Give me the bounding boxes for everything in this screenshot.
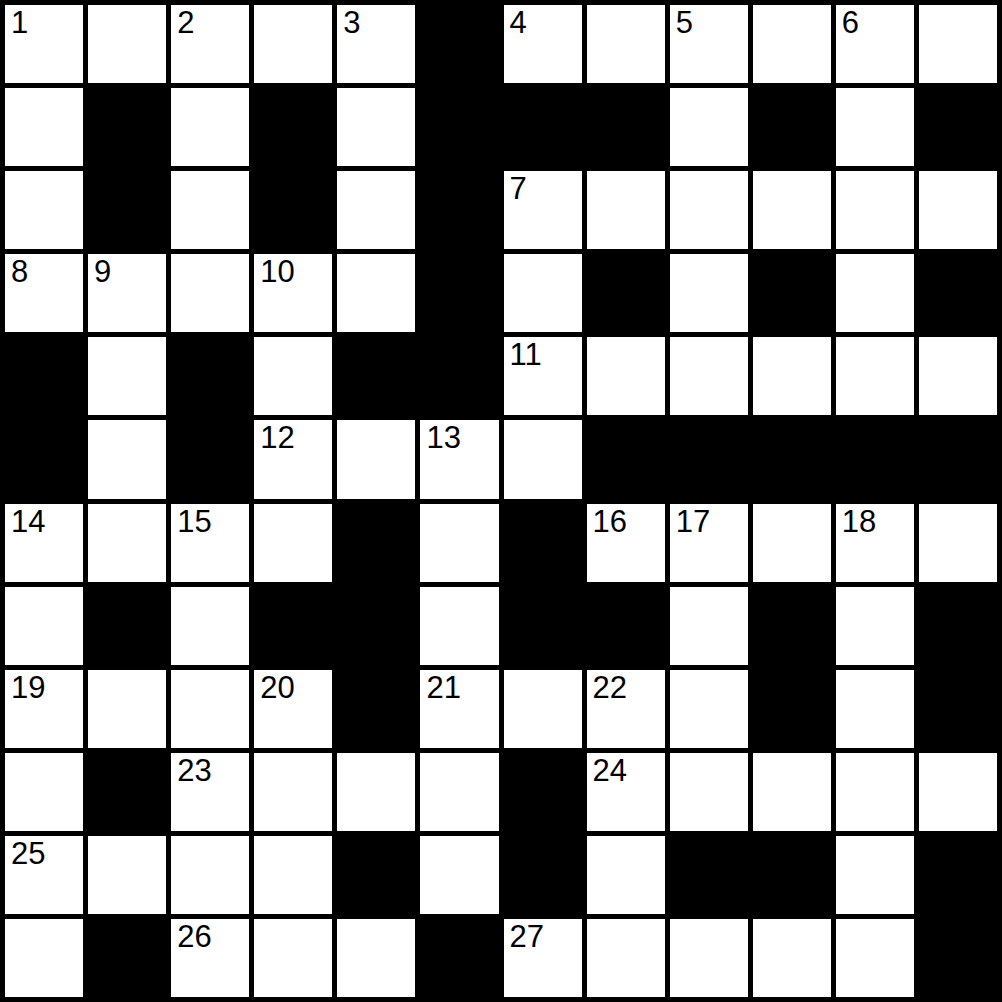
block-r7c6	[504, 587, 582, 665]
cell-r11c3[interactable]	[254, 919, 332, 997]
cell-r6c3[interactable]	[254, 504, 332, 582]
cell-r9c4[interactable]	[337, 753, 415, 831]
block-r1c9	[753, 88, 831, 166]
cell-r8c6[interactable]	[504, 670, 582, 748]
cell-r2c10[interactable]	[836, 171, 914, 249]
cell-r11c0[interactable]	[5, 919, 83, 997]
block-r10c4	[337, 836, 415, 914]
block-r8c11	[919, 670, 997, 748]
crossword-board: 1234567891011121314151617181920212223242…	[0, 0, 1002, 1002]
clue-number: 10	[260, 256, 294, 289]
cell-r6c1[interactable]	[88, 504, 166, 582]
block-r1c5	[420, 88, 498, 166]
cell-r6c10[interactable]: 18	[836, 504, 914, 582]
block-r4c2	[171, 337, 249, 415]
cell-r6c11[interactable]	[919, 504, 997, 582]
block-r7c9	[753, 587, 831, 665]
cell-r0c10[interactable]: 6	[836, 5, 914, 83]
cell-r0c9[interactable]	[753, 5, 831, 83]
clue-number: 14	[11, 506, 45, 539]
cell-r3c8[interactable]	[670, 254, 748, 332]
cell-r7c10[interactable]	[836, 587, 914, 665]
cell-r2c8[interactable]	[670, 171, 748, 249]
block-r2c3	[254, 171, 332, 249]
cell-r2c9[interactable]	[753, 171, 831, 249]
cell-r10c5[interactable]	[420, 836, 498, 914]
cell-r10c1[interactable]	[88, 836, 166, 914]
cell-r0c0[interactable]: 1	[5, 5, 83, 83]
block-r5c8	[670, 420, 748, 498]
cell-r3c10[interactable]	[836, 254, 914, 332]
cell-r10c3[interactable]	[254, 836, 332, 914]
clue-number: 13	[426, 422, 460, 455]
clue-number: 25	[11, 838, 45, 871]
cell-r1c8[interactable]	[670, 88, 748, 166]
cell-r11c2[interactable]: 26	[171, 919, 249, 997]
cell-r6c9[interactable]	[753, 504, 831, 582]
cell-r0c8[interactable]: 5	[670, 5, 748, 83]
block-r5c0	[5, 420, 83, 498]
block-r5c2	[171, 420, 249, 498]
cell-r8c10[interactable]	[836, 670, 914, 748]
cell-r9c0[interactable]	[5, 753, 83, 831]
cell-r0c4[interactable]: 3	[337, 5, 415, 83]
cell-r3c0[interactable]: 8	[5, 254, 83, 332]
block-r9c6	[504, 753, 582, 831]
cell-r3c3[interactable]: 10	[254, 254, 332, 332]
clue-number: 5	[676, 7, 693, 40]
cell-r11c7[interactable]	[587, 919, 665, 997]
block-r5c7	[587, 420, 665, 498]
cell-r8c2[interactable]	[171, 670, 249, 748]
cell-r2c0[interactable]	[5, 171, 83, 249]
cell-r1c2[interactable]	[171, 88, 249, 166]
cell-r0c7[interactable]	[587, 5, 665, 83]
cell-r9c10[interactable]	[836, 753, 914, 831]
block-r10c9	[753, 836, 831, 914]
cell-r10c0[interactable]: 25	[5, 836, 83, 914]
block-r7c11	[919, 587, 997, 665]
block-r5c10	[836, 420, 914, 498]
clue-number: 17	[676, 506, 710, 539]
cell-r5c6[interactable]	[504, 420, 582, 498]
cell-r7c5[interactable]	[420, 587, 498, 665]
block-r0c5	[420, 5, 498, 83]
clue-number: 2	[177, 7, 194, 40]
block-r3c5	[420, 254, 498, 332]
clue-number: 8	[11, 256, 28, 289]
block-r7c3	[254, 587, 332, 665]
cell-r3c6[interactable]	[504, 254, 582, 332]
clue-number: 20	[260, 672, 294, 705]
cell-r9c11[interactable]	[919, 753, 997, 831]
cell-r0c2[interactable]: 2	[171, 5, 249, 83]
cell-r11c6[interactable]: 27	[504, 919, 582, 997]
block-r1c3	[254, 88, 332, 166]
cell-r7c8[interactable]	[670, 587, 748, 665]
block-r7c7	[587, 587, 665, 665]
block-r2c1	[88, 171, 166, 249]
cell-r4c6[interactable]: 11	[504, 337, 582, 415]
cell-r2c6[interactable]: 7	[504, 171, 582, 249]
block-r3c9	[753, 254, 831, 332]
cell-r8c0[interactable]: 19	[5, 670, 83, 748]
cell-r3c1[interactable]: 9	[88, 254, 166, 332]
block-r3c7	[587, 254, 665, 332]
block-r9c1	[88, 753, 166, 831]
clue-number: 24	[593, 755, 627, 788]
block-r2c5	[420, 171, 498, 249]
cell-r9c5[interactable]	[420, 753, 498, 831]
block-r10c8	[670, 836, 748, 914]
cell-r6c8[interactable]: 17	[670, 504, 748, 582]
block-r6c4	[337, 504, 415, 582]
block-r6c6	[504, 504, 582, 582]
cell-r1c10[interactable]	[836, 88, 914, 166]
cell-r5c4[interactable]	[337, 420, 415, 498]
cell-r2c7[interactable]	[587, 171, 665, 249]
cell-r6c7[interactable]: 16	[587, 504, 665, 582]
clue-number: 27	[510, 921, 544, 954]
block-r5c9	[753, 420, 831, 498]
cell-r3c2[interactable]	[171, 254, 249, 332]
block-r10c11	[919, 836, 997, 914]
clue-number: 23	[177, 755, 211, 788]
cell-r4c1[interactable]	[88, 337, 166, 415]
block-r3c11	[919, 254, 997, 332]
cell-r9c7[interactable]: 24	[587, 753, 665, 831]
clue-number: 12	[260, 422, 294, 455]
cell-r11c8[interactable]	[670, 919, 748, 997]
cell-r4c8[interactable]	[670, 337, 748, 415]
cell-r9c9[interactable]	[753, 753, 831, 831]
cell-r4c7[interactable]	[587, 337, 665, 415]
clue-number: 16	[593, 506, 627, 539]
clue-number: 4	[510, 7, 527, 40]
cell-r9c8[interactable]	[670, 753, 748, 831]
cell-r4c10[interactable]	[836, 337, 914, 415]
cell-r8c1[interactable]	[88, 670, 166, 748]
cell-r5c5[interactable]: 13	[420, 420, 498, 498]
cell-r4c11[interactable]	[919, 337, 997, 415]
clue-number: 3	[343, 7, 360, 40]
cell-r8c3[interactable]: 20	[254, 670, 332, 748]
block-r7c1	[88, 587, 166, 665]
clue-number: 15	[177, 506, 211, 539]
block-r7c4	[337, 587, 415, 665]
cell-r4c3[interactable]	[254, 337, 332, 415]
block-r4c5	[420, 337, 498, 415]
block-r11c5	[420, 919, 498, 997]
cell-r10c2[interactable]	[171, 836, 249, 914]
clue-number: 7	[510, 173, 527, 206]
clue-number: 21	[426, 672, 460, 705]
clue-number: 9	[94, 256, 111, 289]
clue-number: 19	[11, 672, 45, 705]
cell-r9c2[interactable]: 23	[171, 753, 249, 831]
cell-r5c1[interactable]	[88, 420, 166, 498]
cell-r11c10[interactable]	[836, 919, 914, 997]
cell-r2c4[interactable]	[337, 171, 415, 249]
cell-r1c4[interactable]	[337, 88, 415, 166]
cell-r0c11[interactable]	[919, 5, 997, 83]
block-r8c9	[753, 670, 831, 748]
clue-number: 22	[593, 672, 627, 705]
cell-r6c2[interactable]: 15	[171, 504, 249, 582]
block-r1c6	[504, 88, 582, 166]
cell-r0c6[interactable]: 4	[504, 5, 582, 83]
cell-r9c3[interactable]	[254, 753, 332, 831]
cell-r3c4[interactable]	[337, 254, 415, 332]
cell-r11c4[interactable]	[337, 919, 415, 997]
cell-r2c2[interactable]	[171, 171, 249, 249]
cell-r8c5[interactable]: 21	[420, 670, 498, 748]
clue-number: 26	[177, 921, 211, 954]
block-r1c1	[88, 88, 166, 166]
cell-r10c7[interactable]	[587, 836, 665, 914]
block-r1c11	[919, 88, 997, 166]
block-r4c4	[337, 337, 415, 415]
block-r4c0	[5, 337, 83, 415]
cell-r6c5[interactable]	[420, 504, 498, 582]
cell-r7c2[interactable]	[171, 587, 249, 665]
clue-number: 11	[510, 339, 542, 372]
block-r8c4	[337, 670, 415, 748]
cell-r0c1[interactable]	[88, 5, 166, 83]
clue-number: 1	[11, 7, 28, 40]
block-r1c7	[587, 88, 665, 166]
block-r10c6	[504, 836, 582, 914]
block-r5c11	[919, 420, 997, 498]
cell-r10c10[interactable]	[836, 836, 914, 914]
cell-r8c7[interactable]: 22	[587, 670, 665, 748]
cell-r4c9[interactable]	[753, 337, 831, 415]
block-r11c1	[88, 919, 166, 997]
clue-number: 6	[842, 7, 859, 40]
clue-number: 18	[842, 506, 876, 539]
cell-r2c11[interactable]	[919, 171, 997, 249]
cell-r8c8[interactable]	[670, 670, 748, 748]
cell-r5c3[interactable]: 12	[254, 420, 332, 498]
block-r11c11	[919, 919, 997, 997]
cell-r11c9[interactable]	[753, 919, 831, 997]
cell-r1c0[interactable]	[5, 88, 83, 166]
cell-r6c0[interactable]: 14	[5, 504, 83, 582]
cell-r7c0[interactable]	[5, 587, 83, 665]
cell-r0c3[interactable]	[254, 5, 332, 83]
